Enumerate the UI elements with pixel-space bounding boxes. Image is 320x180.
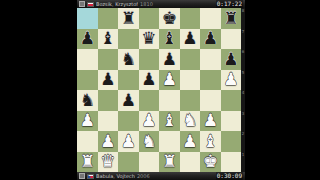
square-e1[interactable]: ♜ (159, 152, 180, 173)
square-f5[interactable] (180, 70, 201, 91)
square-h2[interactable] (221, 131, 242, 152)
piece-white-rook: ♜ (162, 153, 177, 170)
bottom-player-flag-icon (87, 174, 94, 179)
piece-black-pawn: ♟ (223, 50, 238, 67)
piece-white-pawn: ♟ (162, 71, 177, 88)
square-g5[interactable] (200, 70, 221, 91)
square-b6[interactable] (98, 49, 119, 70)
square-e8[interactable]: ♚ (159, 8, 180, 29)
square-c2[interactable]: ♟ (118, 131, 139, 152)
square-h7[interactable] (221, 29, 242, 50)
square-a6[interactable] (77, 49, 98, 70)
square-g1[interactable]: ♚ (200, 152, 221, 173)
square-c7[interactable] (118, 29, 139, 50)
square-d2[interactable]: ♞ (139, 131, 160, 152)
piece-white-rook: ♜ (80, 153, 95, 170)
piece-black-pawn: ♟ (80, 30, 95, 47)
piece-black-pawn: ♟ (182, 30, 197, 47)
piece-white-pawn: ♟ (223, 71, 238, 88)
piece-white-bishop: ♝ (203, 132, 218, 149)
square-c1[interactable] (118, 152, 139, 173)
square-c8[interactable]: ♜ (118, 8, 139, 29)
square-h1[interactable] (221, 152, 242, 173)
piece-black-bishop: ♝ (100, 30, 115, 47)
square-e4[interactable] (159, 90, 180, 111)
square-e2[interactable] (159, 131, 180, 152)
piece-black-queen: ♛ (141, 30, 156, 47)
video-frame: Bozsik, Krzysztof 1810 0:17:22 ♜♚♜♟♝♛♝♟♟… (0, 0, 320, 180)
bottom-player-name: Babula, Vojtech (96, 172, 135, 180)
piece-black-rook: ♜ (121, 9, 136, 26)
piece-black-knight: ♞ (121, 50, 136, 67)
square-d4[interactable] (139, 90, 160, 111)
square-f3[interactable]: ♞ (180, 111, 201, 132)
square-a2[interactable] (77, 131, 98, 152)
piece-black-pawn: ♟ (203, 30, 218, 47)
piece-white-pawn: ♟ (203, 112, 218, 129)
piece-white-bishop: ♝ (162, 112, 177, 129)
square-f2[interactable]: ♟ (180, 131, 201, 152)
square-c6[interactable]: ♞ (118, 49, 139, 70)
piece-black-king: ♚ (162, 9, 177, 26)
piece-black-knight: ♞ (80, 91, 95, 108)
square-b1[interactable]: ♛ (98, 152, 119, 173)
square-d6[interactable] (139, 49, 160, 70)
square-a5[interactable] (77, 70, 98, 91)
piece-black-pawn: ♟ (162, 50, 177, 67)
square-b5[interactable]: ♟ (98, 70, 119, 91)
piece-black-rook: ♜ (223, 9, 238, 26)
letterbox-right (245, 0, 320, 180)
piece-white-pawn: ♟ (182, 132, 197, 149)
player-status-icon (79, 1, 85, 7)
square-h4[interactable] (221, 90, 242, 111)
square-f1[interactable] (180, 152, 201, 173)
bottom-player-rating: 2006 (137, 172, 150, 180)
square-f8[interactable] (180, 8, 201, 29)
square-g6[interactable] (200, 49, 221, 70)
square-b2[interactable]: ♟ (98, 131, 119, 152)
square-b8[interactable] (98, 8, 119, 29)
piece-white-queen: ♛ (100, 153, 115, 170)
square-c5[interactable] (118, 70, 139, 91)
piece-black-pawn: ♟ (100, 71, 115, 88)
top-player-flag-icon (87, 2, 94, 7)
square-a1[interactable]: ♜ (77, 152, 98, 173)
square-g4[interactable] (200, 90, 221, 111)
square-f6[interactable] (180, 49, 201, 70)
square-b7[interactable]: ♝ (98, 29, 119, 50)
square-g3[interactable]: ♟ (200, 111, 221, 132)
bottom-player-clock: 0:30:09 (216, 172, 243, 180)
piece-white-pawn: ♟ (121, 132, 136, 149)
piece-white-knight: ♞ (141, 132, 156, 149)
square-e3[interactable]: ♝ (159, 111, 180, 132)
square-c4[interactable]: ♟ (118, 90, 139, 111)
square-d7[interactable]: ♛ (139, 29, 160, 50)
square-a4[interactable]: ♞ (77, 90, 98, 111)
square-f7[interactable]: ♟ (180, 29, 201, 50)
piece-white-pawn: ♟ (80, 112, 95, 129)
piece-white-pawn: ♟ (141, 112, 156, 129)
square-g2[interactable]: ♝ (200, 131, 221, 152)
square-d1[interactable] (139, 152, 160, 173)
square-a8[interactable] (77, 8, 98, 29)
square-g7[interactable]: ♟ (200, 29, 221, 50)
square-e5[interactable]: ♟ (159, 70, 180, 91)
square-e7[interactable]: ♝ (159, 29, 180, 50)
chess-board: ♜♚♜♟♝♛♝♟♟♞♟♟♟♟♟♟♞♟♟♟♝♞♟♟♟♞♟♝♜♛♜♚ (77, 8, 241, 172)
square-h3[interactable] (221, 111, 242, 132)
piece-white-king: ♚ (203, 153, 218, 170)
square-h8[interactable]: ♜ (221, 8, 242, 29)
square-e6[interactable]: ♟ (159, 49, 180, 70)
square-c3[interactable] (118, 111, 139, 132)
bottom-player-bar: Babula, Vojtech 2006 0:30:09 (77, 172, 245, 180)
square-d3[interactable]: ♟ (139, 111, 160, 132)
piece-black-pawn: ♟ (141, 71, 156, 88)
letterbox-left (0, 0, 77, 180)
square-d8[interactable] (139, 8, 160, 29)
square-a3[interactable]: ♟ (77, 111, 98, 132)
top-player-rating: 1810 (140, 0, 153, 8)
piece-black-pawn: ♟ (121, 91, 136, 108)
square-b3[interactable] (98, 111, 119, 132)
piece-black-bishop: ♝ (162, 30, 177, 47)
square-g8[interactable] (200, 8, 221, 29)
square-h5[interactable]: ♟ (221, 70, 242, 91)
square-a7[interactable]: ♟ (77, 29, 98, 50)
square-f4[interactable] (180, 90, 201, 111)
player-status-icon (79, 173, 85, 179)
square-d5[interactable]: ♟ (139, 70, 160, 91)
square-h6[interactable]: ♟ (221, 49, 242, 70)
square-b4[interactable] (98, 90, 119, 111)
chess-app-window: Bozsik, Krzysztof 1810 0:17:22 ♜♚♜♟♝♛♝♟♟… (77, 0, 245, 180)
piece-white-knight: ♞ (182, 112, 197, 129)
piece-white-pawn: ♟ (100, 132, 115, 149)
